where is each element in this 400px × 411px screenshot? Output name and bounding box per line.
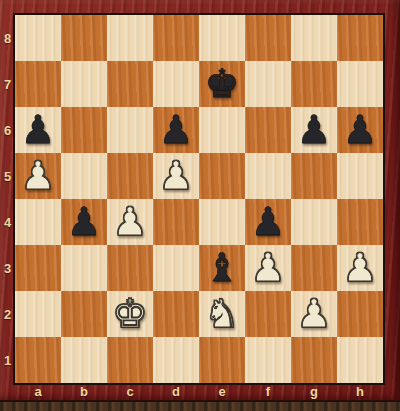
square-c7[interactable] (107, 61, 153, 107)
file-label-a: a (15, 383, 61, 399)
square-g7[interactable] (291, 61, 337, 107)
black-pawn[interactable]: ♟ (15, 107, 61, 153)
black-pawn[interactable]: ♟ (153, 107, 199, 153)
square-c2[interactable]: ♚ (107, 291, 153, 337)
black-pawn[interactable]: ♟ (291, 107, 337, 153)
rank-label-6: 6 (0, 107, 15, 153)
file-label-g: g (291, 383, 337, 399)
square-b8[interactable] (61, 15, 107, 61)
white-knight[interactable]: ♞ (199, 291, 245, 337)
square-d8[interactable] (153, 15, 199, 61)
square-a4[interactable] (15, 199, 61, 245)
square-d2[interactable] (153, 291, 199, 337)
square-h7[interactable] (337, 61, 383, 107)
square-a3[interactable] (15, 245, 61, 291)
square-d4[interactable] (153, 199, 199, 245)
square-h1[interactable] (337, 337, 383, 383)
square-g4[interactable] (291, 199, 337, 245)
square-e3[interactable]: ♝ (199, 245, 245, 291)
black-pawn[interactable]: ♟ (337, 107, 383, 153)
square-b1[interactable] (61, 337, 107, 383)
square-d5[interactable]: ♟ (153, 153, 199, 199)
square-c5[interactable] (107, 153, 153, 199)
square-d1[interactable] (153, 337, 199, 383)
file-label-b: b (61, 383, 107, 399)
white-pawn[interactable]: ♟ (15, 153, 61, 199)
square-h8[interactable] (337, 15, 383, 61)
square-a1[interactable] (15, 337, 61, 383)
square-c1[interactable] (107, 337, 153, 383)
rank-label-8: 8 (0, 15, 15, 61)
square-b4[interactable]: ♟ (61, 199, 107, 245)
file-label-c: c (107, 383, 153, 399)
white-pawn[interactable]: ♟ (107, 199, 153, 245)
square-g5[interactable] (291, 153, 337, 199)
white-pawn[interactable]: ♟ (153, 153, 199, 199)
white-pawn[interactable]: ♟ (337, 245, 383, 291)
square-f1[interactable] (245, 337, 291, 383)
square-b7[interactable] (61, 61, 107, 107)
square-g1[interactable] (291, 337, 337, 383)
black-king[interactable]: ♚ (199, 61, 245, 107)
square-e7[interactable]: ♚ (199, 61, 245, 107)
square-d7[interactable] (153, 61, 199, 107)
square-g3[interactable] (291, 245, 337, 291)
square-h4[interactable] (337, 199, 383, 245)
square-c4[interactable]: ♟ (107, 199, 153, 245)
white-pawn[interactable]: ♟ (291, 291, 337, 337)
square-e6[interactable] (199, 107, 245, 153)
black-bishop[interactable]: ♝ (199, 245, 245, 291)
square-a8[interactable] (15, 15, 61, 61)
square-f2[interactable] (245, 291, 291, 337)
square-f4[interactable]: ♟ (245, 199, 291, 245)
rank-label-1: 1 (0, 337, 15, 383)
square-a5[interactable]: ♟ (15, 153, 61, 199)
square-a2[interactable] (15, 291, 61, 337)
rank-label-7: 7 (0, 61, 15, 107)
square-g2[interactable]: ♟ (291, 291, 337, 337)
square-h5[interactable] (337, 153, 383, 199)
square-d6[interactable]: ♟ (153, 107, 199, 153)
square-c6[interactable] (107, 107, 153, 153)
square-d3[interactable] (153, 245, 199, 291)
square-e1[interactable] (199, 337, 245, 383)
square-f6[interactable] (245, 107, 291, 153)
square-h6[interactable]: ♟ (337, 107, 383, 153)
square-e4[interactable] (199, 199, 245, 245)
square-b6[interactable] (61, 107, 107, 153)
square-f7[interactable] (245, 61, 291, 107)
square-f5[interactable] (245, 153, 291, 199)
square-a6[interactable]: ♟ (15, 107, 61, 153)
white-pawn[interactable]: ♟ (245, 245, 291, 291)
file-label-d: d (153, 383, 199, 399)
square-b5[interactable] (61, 153, 107, 199)
square-c8[interactable] (107, 15, 153, 61)
black-pawn[interactable]: ♟ (61, 199, 107, 245)
square-f8[interactable] (245, 15, 291, 61)
square-e5[interactable] (199, 153, 245, 199)
black-pawn[interactable]: ♟ (245, 199, 291, 245)
square-g6[interactable]: ♟ (291, 107, 337, 153)
chess-diagram: ♚♟♟♟♟♟♟♟♟♟♝♟♟♚♞♟ 87654321 abcdefgh (0, 0, 400, 411)
rank-label-4: 4 (0, 199, 15, 245)
table-edge-strip (0, 400, 400, 411)
square-b2[interactable] (61, 291, 107, 337)
file-label-h: h (337, 383, 383, 399)
square-c3[interactable] (107, 245, 153, 291)
rank-label-2: 2 (0, 291, 15, 337)
file-label-e: e (199, 383, 245, 399)
rank-label-3: 3 (0, 245, 15, 291)
rank-label-5: 5 (0, 153, 15, 199)
square-e2[interactable]: ♞ (199, 291, 245, 337)
square-e8[interactable] (199, 15, 245, 61)
chess-board: ♚♟♟♟♟♟♟♟♟♟♝♟♟♚♞♟ (15, 15, 383, 383)
square-g8[interactable] (291, 15, 337, 61)
square-f3[interactable]: ♟ (245, 245, 291, 291)
square-a7[interactable] (15, 61, 61, 107)
file-label-f: f (245, 383, 291, 399)
square-b3[interactable] (61, 245, 107, 291)
square-h2[interactable] (337, 291, 383, 337)
white-king[interactable]: ♚ (107, 291, 153, 337)
square-h3[interactable]: ♟ (337, 245, 383, 291)
